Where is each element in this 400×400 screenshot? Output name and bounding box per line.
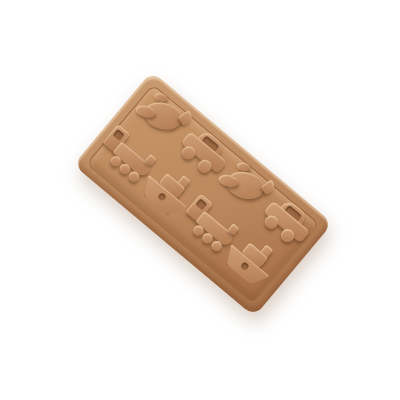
chocolate-mold	[73, 71, 332, 316]
mold-drop-shadow	[0, 0, 400, 400]
photo-background	[0, 0, 400, 400]
airplane-far-wing	[154, 92, 169, 103]
airplane-far-wing	[236, 161, 251, 172]
mold-tray	[86, 84, 320, 304]
